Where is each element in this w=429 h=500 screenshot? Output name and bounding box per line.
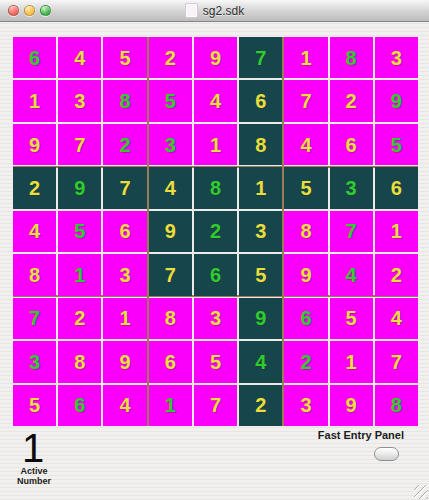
active-label-line2: Number <box>8 476 60 486</box>
cell-r9c2[interactable]: 6 <box>58 385 101 426</box>
cell-r1c9[interactable]: 3 <box>375 37 418 78</box>
window-resize-grip[interactable] <box>414 485 428 499</box>
window-controls <box>8 5 51 16</box>
cell-r6c6[interactable]: 5 <box>239 254 282 295</box>
cell-r1c5[interactable]: 9 <box>194 37 237 78</box>
cell-r9c8[interactable]: 9 <box>330 385 373 426</box>
active-number-value: 1 <box>22 426 43 471</box>
cell-r5c3[interactable]: 6 <box>103 211 146 252</box>
fast-entry-panel-button[interactable] <box>374 447 399 461</box>
cell-r7c5[interactable]: 3 <box>194 298 237 339</box>
cell-r7c7[interactable]: 6 <box>284 298 327 339</box>
cell-r2c9[interactable]: 9 <box>375 80 418 121</box>
cell-r2c3[interactable]: 8 <box>103 80 146 121</box>
cell-r4c2[interactable]: 9 <box>58 167 101 208</box>
cell-r8c2[interactable]: 8 <box>58 341 101 382</box>
cell-r4c9[interactable]: 6 <box>375 167 418 208</box>
cell-r4c6[interactable]: 1 <box>239 167 282 208</box>
cell-r8c1[interactable]: 3 <box>13 341 56 382</box>
cell-r3c5[interactable]: 1 <box>194 124 237 165</box>
cell-r3c1[interactable]: 9 <box>13 124 56 165</box>
close-button[interactable] <box>8 5 19 16</box>
cell-r8c5[interactable]: 5 <box>194 341 237 382</box>
cell-r5c9[interactable]: 1 <box>375 211 418 252</box>
cell-r9c7[interactable]: 3 <box>284 385 327 426</box>
cell-r3c3[interactable]: 2 <box>103 124 146 165</box>
cell-r3c9[interactable]: 5 <box>375 124 418 165</box>
cell-r6c5[interactable]: 6 <box>194 254 237 295</box>
cell-r6c9[interactable]: 2 <box>375 254 418 295</box>
active-number-label: Active Number <box>8 466 60 486</box>
cell-r6c1[interactable]: 8 <box>13 254 56 295</box>
cell-r8c9[interactable]: 7 <box>375 341 418 382</box>
cell-r6c4[interactable]: 7 <box>149 254 192 295</box>
cell-r9c6[interactable]: 2 <box>239 385 282 426</box>
cell-r1c2[interactable]: 4 <box>58 37 101 78</box>
cell-r7c3[interactable]: 1 <box>103 298 146 339</box>
cell-r3c6[interactable]: 8 <box>239 124 282 165</box>
cell-r2c7[interactable]: 7 <box>284 80 327 121</box>
cell-r9c4[interactable]: 1 <box>149 385 192 426</box>
cell-r5c4[interactable]: 9 <box>149 211 192 252</box>
cell-r2c5[interactable]: 4 <box>194 80 237 121</box>
cell-r5c8[interactable]: 7 <box>330 211 373 252</box>
cell-r7c1[interactable]: 7 <box>13 298 56 339</box>
cell-r5c5[interactable]: 2 <box>194 211 237 252</box>
sudoku-board: 6452971831385467299723184652974815364569… <box>13 37 418 426</box>
cell-r8c6[interactable]: 4 <box>239 341 282 382</box>
cell-r9c1[interactable]: 5 <box>13 385 56 426</box>
cell-r8c4[interactable]: 6 <box>149 341 192 382</box>
cell-r7c6[interactable]: 9 <box>239 298 282 339</box>
cell-r7c8[interactable]: 5 <box>330 298 373 339</box>
cell-r3c2[interactable]: 7 <box>58 124 101 165</box>
cell-r7c9[interactable]: 4 <box>375 298 418 339</box>
active-label-line1: Active <box>8 466 60 476</box>
cell-r2c1[interactable]: 1 <box>13 80 56 121</box>
cell-r3c4[interactable]: 3 <box>149 124 192 165</box>
cell-r9c3[interactable]: 4 <box>103 385 146 426</box>
cell-r6c3[interactable]: 3 <box>103 254 146 295</box>
cell-r1c6[interactable]: 7 <box>239 37 282 78</box>
window-title-bar: sg2.sdk <box>0 0 429 22</box>
cell-r9c9[interactable]: 8 <box>375 385 418 426</box>
cell-r4c8[interactable]: 3 <box>330 167 373 208</box>
cell-r8c3[interactable]: 9 <box>103 341 146 382</box>
cell-r4c3[interactable]: 7 <box>103 167 146 208</box>
cell-r1c8[interactable]: 8 <box>330 37 373 78</box>
cell-r2c2[interactable]: 3 <box>58 80 101 121</box>
cell-r5c7[interactable]: 8 <box>284 211 327 252</box>
cell-r1c1[interactable]: 6 <box>13 37 56 78</box>
cell-r7c2[interactable]: 2 <box>58 298 101 339</box>
minimize-button[interactable] <box>24 5 35 16</box>
cell-r4c4[interactable]: 4 <box>149 167 192 208</box>
cell-r6c7[interactable]: 9 <box>284 254 327 295</box>
cell-r5c6[interactable]: 3 <box>239 211 282 252</box>
cell-r3c8[interactable]: 6 <box>330 124 373 165</box>
cell-r5c2[interactable]: 5 <box>58 211 101 252</box>
cell-r1c4[interactable]: 2 <box>149 37 192 78</box>
cell-r6c8[interactable]: 4 <box>330 254 373 295</box>
cell-r7c4[interactable]: 8 <box>149 298 192 339</box>
cell-r2c4[interactable]: 5 <box>149 80 192 121</box>
window-title: sg2.sdk <box>203 4 244 18</box>
cell-r4c1[interactable]: 2 <box>13 167 56 208</box>
cell-r5c1[interactable]: 4 <box>13 211 56 252</box>
cell-r9c5[interactable]: 7 <box>194 385 237 426</box>
cell-r1c3[interactable]: 5 <box>103 37 146 78</box>
cell-r1c7[interactable]: 1 <box>284 37 327 78</box>
cell-r2c6[interactable]: 6 <box>239 80 282 121</box>
cell-r6c2[interactable]: 1 <box>58 254 101 295</box>
sudoku-grid: 6452971831385467299723184652974815364569… <box>13 37 418 426</box>
cell-r8c8[interactable]: 1 <box>330 341 373 382</box>
cell-r4c7[interactable]: 5 <box>284 167 327 208</box>
cell-r8c7[interactable]: 2 <box>284 341 327 382</box>
fast-entry-panel-label: Fast Entry Panel <box>318 429 404 441</box>
zoom-button[interactable] <box>40 5 51 16</box>
cell-r2c8[interactable]: 2 <box>330 80 373 121</box>
cell-r3c7[interactable]: 4 <box>284 124 327 165</box>
cell-r4c5[interactable]: 8 <box>194 167 237 208</box>
document-icon <box>185 3 198 18</box>
